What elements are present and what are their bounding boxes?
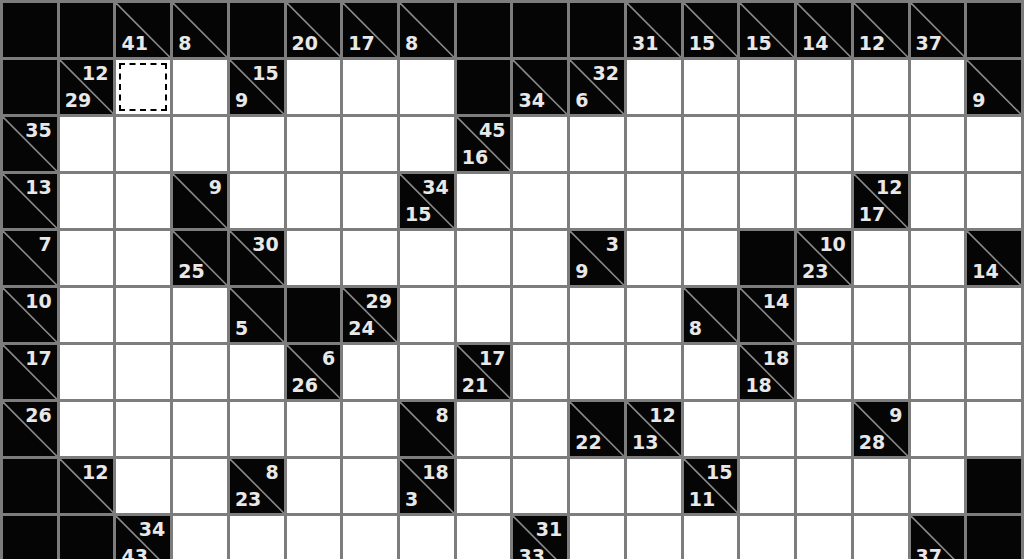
down-clue: 11 [689,490,715,509]
clue-cell-r7c10: 22 [570,402,624,456]
cell-r3c6[interactable] [343,174,397,228]
cell-r0c9 [513,3,567,57]
across-clue: 26 [25,406,51,425]
cell-r6c7[interactable] [400,345,454,399]
cell-r8c14[interactable] [797,459,851,513]
cell-r6c3[interactable] [173,345,227,399]
clue-cell-r3c3: 9 [173,174,227,228]
cell-r7c6[interactable] [343,402,397,456]
clue-cell-r0c14: 14 [797,3,851,57]
cell-r8c10[interactable] [570,459,624,513]
cell-r3c17[interactable] [967,174,1021,228]
cell-r8c17 [967,459,1021,513]
cell-r3c11[interactable] [627,174,681,228]
cell-r3c16[interactable] [911,174,965,228]
cell-r6c17[interactable] [967,345,1021,399]
cell-r9c11[interactable] [627,516,681,559]
cell-r9c1 [60,516,114,559]
cell-r4c15[interactable] [854,231,908,285]
down-clue: 20 [292,34,318,53]
across-clue: 17 [479,349,505,368]
selection-cursor [119,63,167,111]
down-clue: 22 [575,433,601,452]
cell-r1c12[interactable] [684,60,738,114]
down-clue: 29 [65,91,91,110]
down-clue: 6 [575,91,588,110]
down-clue: 17 [348,34,374,53]
down-clue: 15 [405,205,431,224]
cell-r3c12[interactable] [684,174,738,228]
down-clue: 23 [235,490,261,509]
cell-r6c1[interactable] [60,345,114,399]
cell-r0c8 [457,3,511,57]
cell-r3c2[interactable] [116,174,170,228]
clue-cell-r6c0: 17 [3,345,57,399]
clue-cell-r4c17: 14 [967,231,1021,285]
across-clue: 18 [422,463,448,482]
cell-r9c12[interactable] [684,516,738,559]
cell-r7c4[interactable] [230,402,284,456]
clue-cell-r1c10: 326 [570,60,624,114]
across-clue: 34 [422,178,448,197]
cell-r4c11[interactable] [627,231,681,285]
cell-r9c4[interactable] [230,516,284,559]
cell-r8c2[interactable] [116,459,170,513]
down-clue: 25 [178,262,204,281]
down-clue: 3 [405,490,418,509]
cell-r1c8 [457,60,511,114]
down-clue: 8 [178,34,191,53]
cell-r4c12[interactable] [684,231,738,285]
cell-r2c17[interactable] [967,117,1021,171]
clue-cell-r0c15: 12 [854,3,908,57]
cell-r6c6[interactable] [343,345,397,399]
clue-cell-r7c11: 1213 [627,402,681,456]
cell-r5c5 [287,288,341,342]
down-clue: 33 [518,547,544,559]
cell-r1c15[interactable] [854,60,908,114]
clue-cell-r8c4: 823 [230,459,284,513]
cell-r6c12[interactable] [684,345,738,399]
cell-r9c8[interactable] [457,516,511,559]
cell-r4c6[interactable] [343,231,397,285]
cell-r5c8[interactable] [457,288,511,342]
cell-r9c17 [967,516,1021,559]
down-clue: 14 [802,34,828,53]
clue-cell-r5c0: 10 [3,288,57,342]
clue-cell-r1c17: 9 [967,60,1021,114]
clue-cell-r2c0: 35 [3,117,57,171]
clue-cell-r3c15: 1217 [854,174,908,228]
down-clue: 9 [575,262,588,281]
down-clue: 9 [235,91,248,110]
cell-r7c16[interactable] [911,402,965,456]
cell-r3c9[interactable] [513,174,567,228]
cell-r8c9[interactable] [513,459,567,513]
cell-r2c11[interactable] [627,117,681,171]
cell-r0c1 [60,3,114,57]
cell-r8c6[interactable] [343,459,397,513]
cell-r6c15[interactable] [854,345,908,399]
cell-r8c16[interactable] [911,459,965,513]
cell-r1c14[interactable] [797,60,851,114]
cell-r2c2[interactable] [116,117,170,171]
cell-r6c16[interactable] [911,345,965,399]
cell-r9c15[interactable] [854,516,908,559]
across-clue: 8 [265,463,278,482]
clue-cell-r6c13: 1818 [740,345,794,399]
clue-cell-r4c10: 39 [570,231,624,285]
across-clue: 10 [819,235,845,254]
clue-cell-r0c13: 15 [740,3,794,57]
across-clue: 15 [706,463,732,482]
cell-r2c7[interactable] [400,117,454,171]
cell-r8c5[interactable] [287,459,341,513]
cell-r3c13[interactable] [740,174,794,228]
cell-r4c9[interactable] [513,231,567,285]
cell-r2c15[interactable] [854,117,908,171]
cell-r6c2[interactable] [116,345,170,399]
cell-r1c3[interactable] [173,60,227,114]
clue-cell-r8c1: 12 [60,459,114,513]
cell-r5c10[interactable] [570,288,624,342]
clue-cell-r3c0: 13 [3,174,57,228]
cell-r1c16[interactable] [911,60,965,114]
cell-r1c11[interactable] [627,60,681,114]
cell-r4c5[interactable] [287,231,341,285]
cell-r6c9[interactable] [513,345,567,399]
cell-r8c0 [3,459,57,513]
cell-r9c5[interactable] [287,516,341,559]
cell-r9c14[interactable] [797,516,851,559]
cell-r7c17[interactable] [967,402,1021,456]
cell-r6c10[interactable] [570,345,624,399]
cell-r8c13[interactable] [740,459,794,513]
cell-r5c16[interactable] [911,288,965,342]
cell-r3c10[interactable] [570,174,624,228]
cell-r2c10[interactable] [570,117,624,171]
down-clue: 34 [518,91,544,110]
cell-r5c7[interactable] [400,288,454,342]
clue-cell-r4c14: 1023 [797,231,851,285]
cell-r7c2[interactable] [116,402,170,456]
clue-cell-r8c12: 1511 [684,459,738,513]
cell-r2c4[interactable] [230,117,284,171]
cell-r4c1[interactable] [60,231,114,285]
clue-cell-r1c1: 1229 [60,60,114,114]
cell-r5c9[interactable] [513,288,567,342]
clue-cell-r0c3: 8 [173,3,227,57]
down-clue: 26 [292,376,318,395]
across-clue: 13 [25,178,51,197]
across-clue: 35 [25,121,51,140]
across-clue: 12 [649,406,675,425]
cell-r1c13[interactable] [740,60,794,114]
cell-r1c6[interactable] [343,60,397,114]
cell-r4c13 [740,231,794,285]
clue-cell-r1c4: 159 [230,60,284,114]
clue-cell-r1c9: 34 [513,60,567,114]
clue-cell-r0c7: 8 [400,3,454,57]
cell-r3c5[interactable] [287,174,341,228]
cell-r6c11[interactable] [627,345,681,399]
across-clue: 9 [209,178,222,197]
clue-cell-r6c8: 1721 [457,345,511,399]
down-clue: 37 [916,34,942,53]
down-clue: 23 [802,262,828,281]
clue-cell-r2c8: 4516 [457,117,511,171]
clue-cell-r0c5: 20 [287,3,341,57]
cell-r0c10 [570,3,624,57]
cell-r7c14[interactable] [797,402,851,456]
clue-cell-r7c7: 8 [400,402,454,456]
clue-cell-r9c2: 3443 [116,516,170,559]
clue-cell-r4c4: 30 [230,231,284,285]
kakuro-board: 4182017831151514123712291593432693545161… [0,0,1024,559]
down-clue: 31 [632,34,658,53]
cell-r2c1[interactable] [60,117,114,171]
cell-r8c3[interactable] [173,459,227,513]
cell-r7c5[interactable] [287,402,341,456]
down-clue: 13 [632,433,658,452]
across-clue: 3 [606,235,619,254]
down-clue: 8 [405,34,418,53]
clue-cell-r9c16: 37 [911,516,965,559]
cell-r7c1[interactable] [60,402,114,456]
cell-r8c15[interactable] [854,459,908,513]
cell-r5c1[interactable] [60,288,114,342]
across-clue: 12 [876,178,902,197]
cell-r3c8[interactable] [457,174,511,228]
cell-r5c17[interactable] [967,288,1021,342]
clue-cell-r8c7: 183 [400,459,454,513]
across-clue: 17 [25,349,51,368]
across-clue: 34 [139,520,165,539]
cell-r4c7[interactable] [400,231,454,285]
down-clue: 17 [859,205,885,224]
cell-r2c3[interactable] [173,117,227,171]
cell-r9c0 [3,516,57,559]
cell-r4c8[interactable] [457,231,511,285]
cell-r9c3[interactable] [173,516,227,559]
cell-r2c16[interactable] [911,117,965,171]
clue-cell-r0c6: 17 [343,3,397,57]
cell-r5c3[interactable] [173,288,227,342]
cell-r9c6[interactable] [343,516,397,559]
down-clue: 28 [859,433,885,452]
cell-r5c14[interactable] [797,288,851,342]
down-clue: 8 [689,319,702,338]
down-clue: 41 [121,34,147,53]
clue-cell-r7c15: 928 [854,402,908,456]
cell-r2c5[interactable] [287,117,341,171]
selected-cell[interactable] [116,60,170,114]
clue-cell-r0c16: 37 [911,3,965,57]
across-clue: 12 [82,463,108,482]
cell-r6c4[interactable] [230,345,284,399]
cell-r7c9[interactable] [513,402,567,456]
across-clue: 12 [82,64,108,83]
clue-cell-r6c5: 626 [287,345,341,399]
clue-cell-r5c13: 14 [740,288,794,342]
cell-r9c7[interactable] [400,516,454,559]
clue-cell-r0c12: 15 [684,3,738,57]
across-clue: 31 [536,520,562,539]
down-clue: 37 [916,547,942,559]
across-clue: 7 [38,235,51,254]
down-clue: 12 [859,34,885,53]
cell-r3c4[interactable] [230,174,284,228]
down-clue: 14 [972,262,998,281]
cell-r8c8[interactable] [457,459,511,513]
cell-r4c16[interactable] [911,231,965,285]
cell-r5c15[interactable] [854,288,908,342]
down-clue: 18 [745,376,771,395]
cell-r1c5[interactable] [287,60,341,114]
clue-cell-r4c0: 7 [3,231,57,285]
across-clue: 45 [479,121,505,140]
cell-r1c0 [3,60,57,114]
down-clue: 43 [121,547,147,559]
clue-cell-r0c11: 31 [627,3,681,57]
cell-r5c11[interactable] [627,288,681,342]
cell-r7c12[interactable] [684,402,738,456]
across-clue: 30 [252,235,278,254]
down-clue: 9 [972,91,985,110]
cell-r3c1[interactable] [60,174,114,228]
clue-cell-r3c7: 3415 [400,174,454,228]
cell-r0c17 [967,3,1021,57]
down-clue: 5 [235,319,248,338]
across-clue: 6 [322,349,335,368]
cell-r0c0 [3,3,57,57]
cell-r9c13[interactable] [740,516,794,559]
down-clue: 21 [462,376,488,395]
across-clue: 14 [763,292,789,311]
across-clue: 10 [25,292,51,311]
down-clue: 15 [689,34,715,53]
clue-cell-r5c4: 5 [230,288,284,342]
cell-r7c13[interactable] [740,402,794,456]
cell-r2c6[interactable] [343,117,397,171]
across-clue: 8 [436,406,449,425]
clue-cell-r7c0: 26 [3,402,57,456]
clue-cell-r4c3: 25 [173,231,227,285]
cell-r5c2[interactable] [116,288,170,342]
down-clue: 15 [745,34,771,53]
cell-r4c2[interactable] [116,231,170,285]
cell-r2c13[interactable] [740,117,794,171]
cell-r1c7[interactable] [400,60,454,114]
cell-r7c3[interactable] [173,402,227,456]
cell-r8c11[interactable] [627,459,681,513]
clue-cell-r9c9: 3133 [513,516,567,559]
across-clue: 18 [763,349,789,368]
cell-r3c14[interactable] [797,174,851,228]
cell-r0c4 [230,3,284,57]
clue-cell-r5c12: 8 [684,288,738,342]
across-clue: 32 [592,64,618,83]
across-clue: 9 [889,406,902,425]
cell-r2c12[interactable] [684,117,738,171]
clue-cell-r5c6: 2924 [343,288,397,342]
cell-r6c14[interactable] [797,345,851,399]
cell-r2c9[interactable] [513,117,567,171]
cell-r9c10[interactable] [570,516,624,559]
across-clue: 29 [366,292,392,311]
down-clue: 24 [348,319,374,338]
clue-cell-r0c2: 41 [116,3,170,57]
down-clue: 16 [462,148,488,167]
cell-r2c14[interactable] [797,117,851,171]
across-clue: 15 [252,64,278,83]
cell-r7c8[interactable] [457,402,511,456]
